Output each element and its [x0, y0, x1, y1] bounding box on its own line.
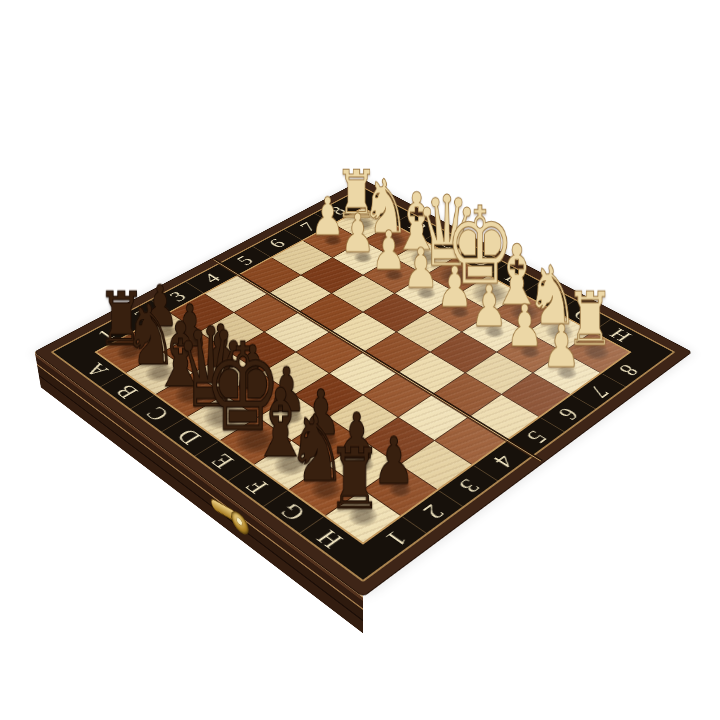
coordinate-label: 7	[296, 220, 319, 233]
coordinate-label: E	[501, 270, 527, 285]
chess-board: ABCDEFGH ABCDEFGH 87654321 87654321 ♜♞♟♝…	[35, 180, 691, 596]
piece-light-pawn-h7[interactable]: ♟	[517, 317, 605, 376]
coordinate-label: 6	[265, 236, 289, 249]
piece-dark-rook-h1[interactable]: ♜	[305, 436, 404, 521]
coordinate-label: 8	[327, 204, 350, 217]
scene: ABCDEFGH ABCDEFGH 87654321 87654321 ♜♞♟♝…	[0, 0, 720, 720]
coordinate-label: B	[405, 219, 431, 233]
coordinate-label: 5	[233, 253, 257, 267]
coordinate-label: 4	[200, 271, 224, 285]
